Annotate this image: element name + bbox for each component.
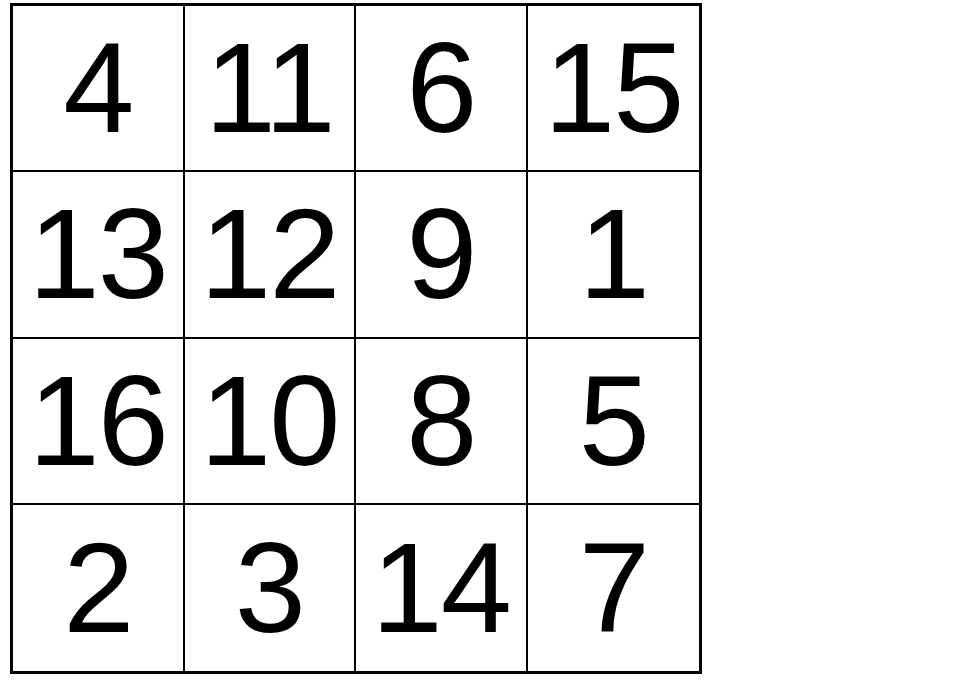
cell-r1c2[interactable]: 11 [185,6,357,172]
cell-r3c3[interactable]: 8 [356,339,528,505]
cell-r3c1[interactable]: 16 [13,339,185,505]
cell-r2c4[interactable]: 1 [528,172,700,338]
cell-r2c1[interactable]: 13 [13,172,185,338]
cell-r2c3[interactable]: 9 [356,172,528,338]
cell-r3c2[interactable]: 10 [185,339,357,505]
cell-r4c4[interactable]: 7 [528,505,700,671]
cell-r2c2[interactable]: 12 [185,172,357,338]
cell-r3c4[interactable]: 5 [528,339,700,505]
cell-r4c3[interactable]: 14 [356,505,528,671]
page-background: 4 11 6 15 13 12 9 1 16 10 8 5 2 3 14 7 [0,0,960,686]
cell-r4c1[interactable]: 2 [13,505,185,671]
number-grid-board: 4 11 6 15 13 12 9 1 16 10 8 5 2 3 14 7 [10,3,702,674]
cell-r4c2[interactable]: 3 [185,505,357,671]
cell-r1c4[interactable]: 15 [528,6,700,172]
cell-r1c3[interactable]: 6 [356,6,528,172]
cell-r1c1[interactable]: 4 [13,6,185,172]
